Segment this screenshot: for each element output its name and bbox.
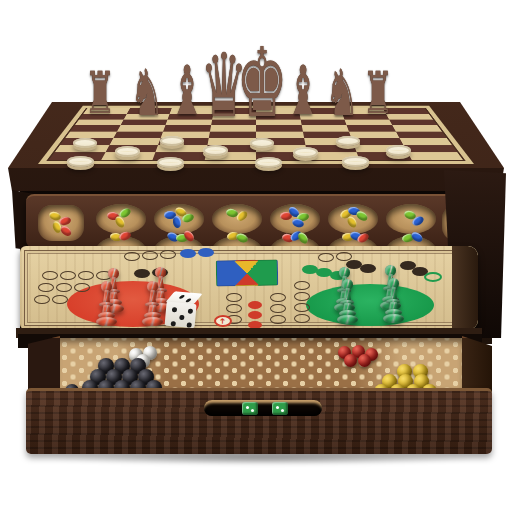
die-pip	[171, 321, 176, 326]
ludo-right-end-cap	[452, 246, 478, 330]
chess-piece-knight: ♞	[325, 61, 359, 125]
chess-square	[399, 138, 452, 145]
pawn-part	[96, 317, 117, 326]
ludo-track-space-n	[226, 293, 242, 302]
pawn-part	[383, 314, 404, 323]
chess-piece-rook: ♜	[362, 64, 393, 122]
marble-red	[344, 354, 357, 367]
ludo-track-space-n	[38, 283, 54, 292]
ludo-track-space-n	[142, 251, 158, 260]
checkers-disc	[73, 138, 97, 148]
green-die	[272, 402, 288, 415]
chess-piece-rook: ♜	[84, 64, 115, 122]
drawer-wall-right	[462, 336, 492, 392]
chess-square	[155, 145, 207, 152]
ludo-home-green	[306, 284, 434, 326]
pawn-part	[337, 315, 358, 324]
checkers-disc	[115, 146, 140, 157]
ludo-pawn-red	[142, 281, 163, 327]
marble-red	[358, 354, 371, 367]
drawer-handle-slot	[204, 400, 322, 416]
drawer-front	[26, 388, 492, 454]
mancala-tray	[26, 194, 484, 248]
die-pip	[186, 322, 191, 327]
checkers-disc	[342, 156, 369, 167]
die-pip	[178, 295, 185, 299]
ludo-track-space-n	[226, 304, 242, 313]
ludo-track-space-greenRing	[424, 272, 442, 282]
white-die	[164, 291, 201, 330]
ludo-track-space-n	[270, 293, 286, 302]
checkers-disc	[386, 145, 411, 156]
board-game-cabinet-photo: ♜♞♝♛♚♝♞♜ ➜	[0, 0, 512, 512]
pawn-part	[142, 317, 163, 326]
ludo-track-space-n	[124, 252, 140, 261]
ludo-track-space-n	[270, 304, 286, 313]
floor-shadow	[48, 452, 478, 465]
ludo-track-space-n	[160, 250, 176, 259]
ludo-pawn-red	[96, 281, 117, 327]
checkers-disc	[336, 136, 360, 146]
die-pip	[188, 308, 193, 313]
checkers-disc	[250, 138, 274, 148]
chess-square	[407, 152, 463, 160]
ludo-pawn-green	[337, 279, 358, 325]
green-die-pip	[276, 406, 279, 409]
ludo-track-space-blue	[180, 249, 196, 258]
ludo-track-space-n	[60, 271, 76, 280]
ludo-track-space-n	[74, 283, 90, 292]
ludo-track-space-n	[270, 315, 286, 324]
checkers-disc	[157, 157, 184, 168]
chess-piece-king: ♚	[236, 35, 288, 131]
ludo-center-pinwheel	[216, 259, 278, 286]
ludo-track-space-n	[34, 295, 50, 304]
green-die-pip	[281, 409, 284, 412]
chess-piece-knight: ♞	[130, 61, 164, 125]
green-die	[242, 402, 258, 415]
checkers-disc	[67, 156, 94, 167]
ludo-track-space-n	[78, 271, 94, 280]
drawer-wall-left	[28, 336, 60, 392]
checkers-disc	[293, 147, 318, 158]
green-die-pip	[246, 406, 249, 409]
die-pip	[185, 298, 192, 302]
die-pip	[172, 307, 177, 312]
ludo-track-space-redArrow: ➜	[214, 315, 232, 327]
ludo-track-space-red	[248, 301, 262, 309]
ludo-track-space-n	[52, 295, 68, 304]
chess-piece-bishop: ♝	[285, 57, 322, 125]
checkers-disc	[160, 136, 184, 146]
ludo-track-space-n	[294, 303, 310, 312]
ludo-start-arrow-icon: ➜	[219, 318, 227, 325]
ludo-track-space-n	[56, 283, 72, 292]
die-front-face	[165, 302, 197, 329]
checkers-disc	[203, 145, 228, 156]
green-die-pip	[251, 409, 254, 412]
ludo-track-space-blue	[198, 248, 214, 257]
ludo-track-space-red	[248, 311, 262, 319]
ludo-track-space-dark	[134, 269, 150, 278]
ludo-track-space-n	[294, 281, 310, 290]
ludo-track-space-n	[318, 253, 334, 262]
die-pip	[179, 315, 184, 320]
checkers-disc	[255, 157, 282, 168]
ludo-board: ➜	[20, 246, 478, 330]
ludo-track-space-n	[42, 271, 58, 280]
ludo-track-space-n	[294, 314, 310, 323]
ludo-pawn-green	[383, 278, 404, 324]
chess-square	[109, 138, 161, 145]
ludo-track-space-dark	[360, 264, 376, 273]
ludo-track-space-n	[294, 292, 310, 301]
chess-square	[403, 145, 457, 152]
